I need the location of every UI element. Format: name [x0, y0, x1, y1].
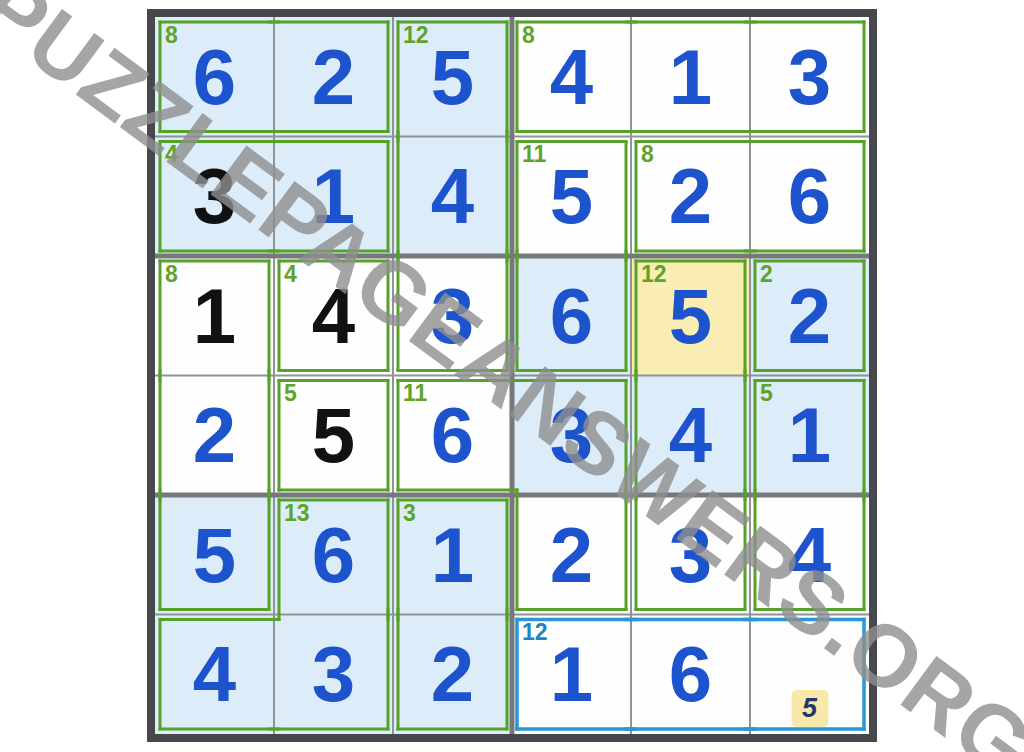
- filled-digit: 3: [669, 516, 712, 594]
- cell-r4c2[interactable]: 5: [274, 376, 393, 496]
- filled-digit: 6: [550, 277, 593, 355]
- filled-digit: 5: [669, 277, 712, 355]
- cell-r2c6[interactable]: 6: [750, 137, 869, 257]
- filled-digit: 6: [788, 157, 831, 235]
- filled-digit: 2: [550, 516, 593, 594]
- filled-digit: 5: [193, 516, 236, 594]
- cell-r3c2[interactable]: 4: [274, 256, 393, 376]
- filled-digit: 4: [669, 396, 712, 474]
- cell-r5c2[interactable]: 6: [274, 495, 393, 615]
- cell-r6c4[interactable]: 1: [512, 615, 631, 735]
- filled-digit: 1: [788, 396, 831, 474]
- filled-digit: 2: [788, 277, 831, 355]
- cell-r4c5[interactable]: 4: [631, 376, 750, 496]
- filled-digit: 3: [431, 277, 474, 355]
- filled-digit: 3: [550, 396, 593, 474]
- cell-r4c1[interactable]: 2: [155, 376, 274, 496]
- cell-r3c5[interactable]: 5: [631, 256, 750, 376]
- cell-r1c5[interactable]: 1: [631, 17, 750, 137]
- board-cells: 625413314526143652256341561234432165: [155, 17, 869, 734]
- cell-r6c1[interactable]: 4: [155, 615, 274, 735]
- cell-r1c6[interactable]: 3: [750, 17, 869, 137]
- filled-digit: 6: [193, 38, 236, 116]
- cell-r3c6[interactable]: 2: [750, 256, 869, 376]
- cell-r5c3[interactable]: 1: [393, 495, 512, 615]
- candidate-digit: 5: [791, 690, 828, 727]
- cell-r5c1[interactable]: 5: [155, 495, 274, 615]
- given-digit: 4: [312, 277, 355, 355]
- given-digit: 3: [193, 157, 236, 235]
- filled-digit: 1: [312, 157, 355, 235]
- filled-digit: 2: [312, 38, 355, 116]
- filled-digit: 1: [431, 516, 474, 594]
- filled-digit: 6: [312, 516, 355, 594]
- cell-r3c4[interactable]: 6: [512, 256, 631, 376]
- cell-r1c3[interactable]: 5: [393, 17, 512, 137]
- filled-digit: 4: [788, 516, 831, 594]
- filled-digit: 6: [669, 635, 712, 713]
- cell-r5c4[interactable]: 2: [512, 495, 631, 615]
- cell-r5c6[interactable]: 4: [750, 495, 869, 615]
- cell-r5c5[interactable]: 3: [631, 495, 750, 615]
- filled-digit: 5: [431, 38, 474, 116]
- filled-digit: 2: [669, 157, 712, 235]
- filled-digit: 2: [431, 635, 474, 713]
- killer-sudoku-board: 625413314526143652256341561234432165 812…: [147, 9, 877, 742]
- cell-r6c2[interactable]: 3: [274, 615, 393, 735]
- puzzle-page: 625413314526143652256341561234432165 812…: [0, 0, 1024, 752]
- cell-r1c2[interactable]: 2: [274, 17, 393, 137]
- filled-digit: 3: [312, 635, 355, 713]
- cell-r4c4[interactable]: 3: [512, 376, 631, 496]
- cell-r6c6[interactable]: 5: [750, 615, 869, 735]
- filled-digit: 4: [431, 157, 474, 235]
- cell-r1c1[interactable]: 6: [155, 17, 274, 137]
- cell-r2c4[interactable]: 5: [512, 137, 631, 257]
- filled-digit: 4: [550, 38, 593, 116]
- filled-digit: 5: [550, 157, 593, 235]
- cell-r2c1[interactable]: 3: [155, 137, 274, 257]
- cell-r2c3[interactable]: 4: [393, 137, 512, 257]
- filled-digit: 1: [550, 635, 593, 713]
- given-digit: 5: [312, 396, 355, 474]
- cell-r3c3[interactable]: 3: [393, 256, 512, 376]
- filled-digit: 2: [193, 396, 236, 474]
- cell-r4c6[interactable]: 1: [750, 376, 869, 496]
- cell-r4c3[interactable]: 6: [393, 376, 512, 496]
- cell-r6c5[interactable]: 6: [631, 615, 750, 735]
- filled-digit: 1: [669, 38, 712, 116]
- cell-r3c1[interactable]: 1: [155, 256, 274, 376]
- cell-r2c2[interactable]: 1: [274, 137, 393, 257]
- cell-r6c3[interactable]: 2: [393, 615, 512, 735]
- filled-digit: 4: [193, 635, 236, 713]
- filled-digit: 3: [788, 38, 831, 116]
- filled-digit: 6: [431, 396, 474, 474]
- given-digit: 1: [193, 277, 236, 355]
- cell-r1c4[interactable]: 4: [512, 17, 631, 137]
- cell-r2c5[interactable]: 2: [631, 137, 750, 257]
